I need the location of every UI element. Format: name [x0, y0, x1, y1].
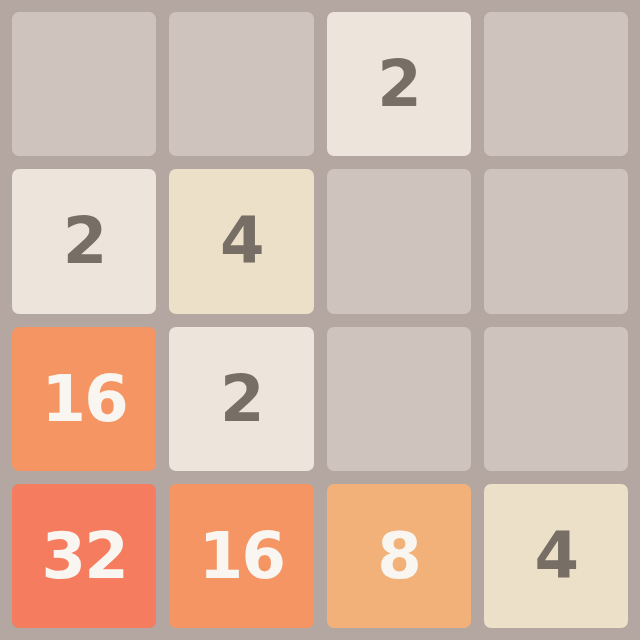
empty-cell	[484, 327, 628, 471]
empty-cell	[12, 12, 156, 156]
empty-cell	[169, 12, 313, 156]
tile-4: 4	[169, 169, 313, 313]
empty-cell	[327, 327, 471, 471]
empty-cell	[484, 169, 628, 313]
empty-cell	[484, 12, 628, 156]
tile-32: 32	[12, 484, 156, 628]
tile-2: 2	[327, 12, 471, 156]
tile-8: 8	[327, 484, 471, 628]
tile-16: 16	[12, 327, 156, 471]
empty-cell	[327, 169, 471, 313]
tile-16: 16	[169, 484, 313, 628]
tile-2: 2	[12, 169, 156, 313]
tile-4: 4	[484, 484, 628, 628]
tile-2: 2	[169, 327, 313, 471]
board-2048[interactable]: 224162321684	[0, 0, 640, 640]
